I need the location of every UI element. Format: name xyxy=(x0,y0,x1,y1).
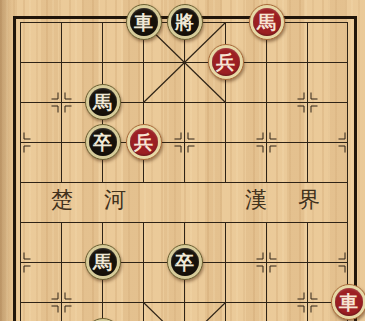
piece-disc: 將 xyxy=(171,8,199,36)
piece-disc: 卒 xyxy=(171,248,199,276)
board-cell xyxy=(20,222,61,262)
board-cell xyxy=(143,62,184,102)
board-cell xyxy=(266,222,307,262)
piece-glyph: 車 xyxy=(134,8,153,36)
piece-disc: 車 xyxy=(130,8,158,36)
piece-red-chariot[interactable]: 車 xyxy=(331,284,365,320)
piece-red-soldier[interactable]: 兵 xyxy=(208,44,244,80)
board-cell xyxy=(20,262,61,302)
piece-glyph: 卒 xyxy=(175,248,194,276)
board-cell xyxy=(307,62,348,102)
board-left-edge-shade xyxy=(0,0,12,321)
piece-disc: 馬 xyxy=(89,88,117,116)
board-cell xyxy=(225,222,266,262)
piece-glyph: 卒 xyxy=(93,128,112,156)
board-cell xyxy=(143,302,184,321)
piece-black-horse[interactable]: 馬 xyxy=(85,244,121,280)
board-cell xyxy=(266,62,307,102)
board-cell xyxy=(143,182,184,222)
piece-glyph: 馬 xyxy=(93,248,112,276)
piece-black-horse[interactable]: 馬 xyxy=(85,84,121,120)
piece-glyph: 將 xyxy=(175,8,194,36)
board-cell xyxy=(307,102,348,142)
board-cell xyxy=(184,102,225,142)
piece-black-soldier[interactable]: 卒 xyxy=(85,124,121,160)
board-cell xyxy=(184,142,225,182)
board-cell xyxy=(184,182,225,222)
piece-disc: 馬 xyxy=(253,8,281,36)
piece-red-horse[interactable]: 馬 xyxy=(249,4,285,40)
river-label-left: 楚 河 xyxy=(51,187,138,213)
piece-disc: 兵 xyxy=(212,48,240,76)
board-cell xyxy=(184,302,225,321)
board-cell xyxy=(225,102,266,142)
piece-black-chariot[interactable]: 車 xyxy=(126,4,162,40)
piece-disc: 車 xyxy=(335,288,363,316)
board-cell xyxy=(266,102,307,142)
board-cell xyxy=(20,302,61,321)
piece-glyph: 馬 xyxy=(257,8,276,36)
board-cell xyxy=(20,102,61,142)
piece-glyph: 車 xyxy=(339,288,358,316)
piece-disc: 卒 xyxy=(89,128,117,156)
piece-disc: 馬 xyxy=(89,248,117,276)
board-cell xyxy=(20,62,61,102)
board-cell xyxy=(307,22,348,62)
piece-glyph: 兵 xyxy=(216,48,235,76)
piece-glyph: 兵 xyxy=(134,128,153,156)
board-cell xyxy=(307,142,348,182)
board-cell xyxy=(225,142,266,182)
board-cell xyxy=(225,262,266,302)
board-cell xyxy=(266,302,307,321)
piece-glyph: 馬 xyxy=(93,88,112,116)
xiangqi-board[interactable]: 楚 河 漢 界 車將馬兵馬卒兵馬卒車 xyxy=(0,0,365,321)
piece-black-general[interactable]: 將 xyxy=(167,4,203,40)
board-cell xyxy=(61,22,102,62)
board-cell xyxy=(20,142,61,182)
river-label-right: 漢 界 xyxy=(245,187,332,213)
piece-disc: 兵 xyxy=(130,128,158,156)
piece-black-soldier[interactable]: 卒 xyxy=(167,244,203,280)
board-cell xyxy=(266,262,307,302)
piece-red-soldier[interactable]: 兵 xyxy=(126,124,162,160)
board-cell xyxy=(266,142,307,182)
board-cell xyxy=(225,302,266,321)
board-cell xyxy=(20,22,61,62)
board-cell xyxy=(307,222,348,262)
